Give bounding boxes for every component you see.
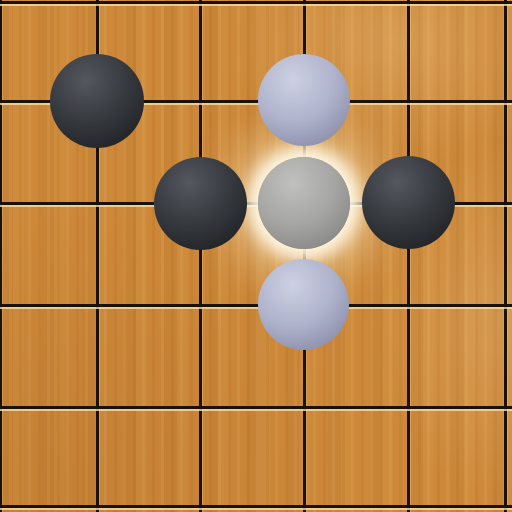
- grid-line-vertical: [504, 0, 507, 512]
- black-stone: [50, 54, 144, 148]
- grid-line-vertical: [199, 0, 202, 512]
- grid-line-horizontal: [0, 505, 512, 508]
- go-board[interactable]: [0, 0, 512, 512]
- grid-line-vertical: [407, 0, 410, 512]
- grid-line-horizontal: [0, 406, 512, 409]
- grid-line-vertical: [0, 0, 2, 512]
- grid-line-horizontal: [0, 304, 512, 307]
- black-stone: [154, 157, 247, 250]
- black-stone: [362, 156, 455, 249]
- grid-line-horizontal: [0, 1, 512, 4]
- white-stone: [258, 54, 350, 146]
- white-stone: [258, 259, 349, 350]
- white-stone-last-move: [258, 157, 350, 249]
